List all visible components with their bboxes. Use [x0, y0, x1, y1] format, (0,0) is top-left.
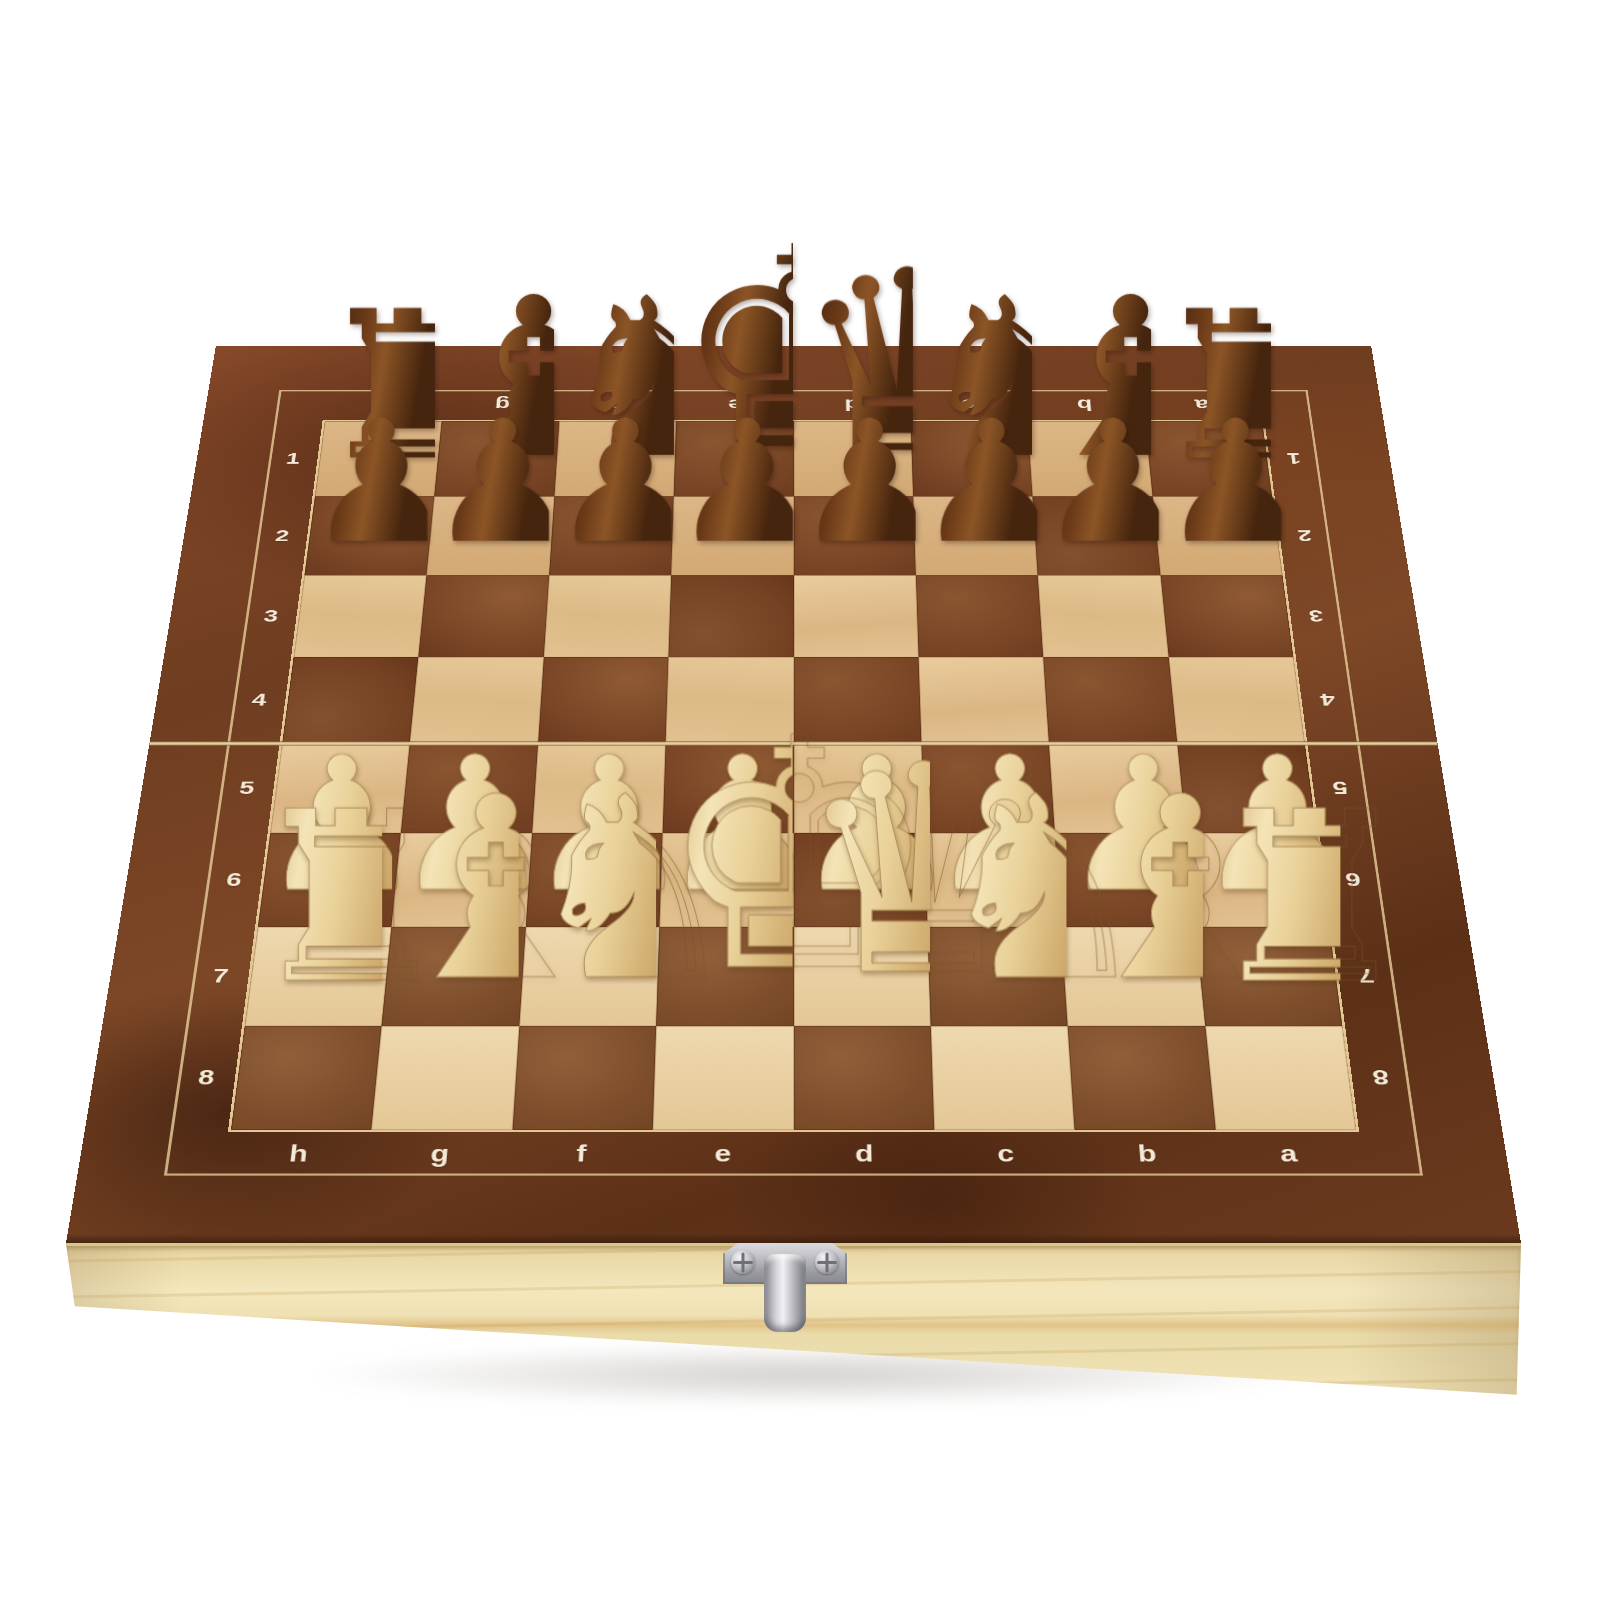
square-f2[interactable]: ♟ — [549, 497, 674, 576]
board-grid: ♜♝♞♚♛♞♝♜♟♟♟♟♟♟♟♟♟♟♟♟♟♟♟♟♜♝♞♚♛♞♝♜ — [228, 420, 1359, 1132]
file-label-top-g: g — [477, 394, 527, 414]
square-a6[interactable]: ♟ — [1186, 833, 1329, 927]
piece-dark-bishop-b1[interactable]: ♝ — [1032, 269, 1151, 489]
square-h2[interactable]: ♟ — [305, 497, 435, 576]
square-g2[interactable]: ♟ — [427, 497, 554, 576]
square-e4[interactable] — [666, 657, 794, 743]
square-e2[interactable]: ♟ — [671, 497, 793, 576]
rank-label-right-2: 2 — [1278, 525, 1331, 547]
square-g8[interactable] — [372, 1026, 519, 1130]
file-label-top-b: b — [1060, 394, 1110, 414]
piece-dark-bishop-g1[interactable]: ♝ — [435, 269, 554, 489]
rank-label-left-2: 2 — [255, 525, 308, 547]
product-photo-scene: ♜♝♞♚♛♞♝♜♟♟♟♟♟♟♟♟♟♟♟♟♟♟♟♟♜♝♞♚♛♞♝♜ 1122334… — [0, 0, 1600, 1600]
rank-label-right-7: 7 — [1337, 962, 1397, 989]
latch-barrel — [764, 1254, 806, 1332]
square-d3[interactable] — [794, 575, 919, 657]
rank-label-left-7: 7 — [190, 962, 250, 989]
square-h6[interactable]: ♟ — [258, 833, 401, 927]
rank-label-right-6: 6 — [1324, 867, 1383, 893]
square-c2[interactable]: ♟ — [913, 497, 1038, 576]
square-b4[interactable] — [1043, 657, 1177, 743]
square-g4[interactable] — [410, 657, 544, 743]
square-e6[interactable]: ♟ — [660, 833, 794, 927]
file-label-bottom-g: g — [409, 1139, 470, 1169]
piece-dark-king-e1[interactable]: ♚ — [674, 211, 793, 489]
rank-label-right-5: 5 — [1312, 775, 1369, 800]
square-d1[interactable]: ♛ — [794, 421, 914, 496]
rank-label-left-3: 3 — [244, 605, 299, 628]
rank-label-left-6: 6 — [205, 867, 264, 893]
file-label-bottom-d: d — [835, 1139, 894, 1169]
square-h4[interactable] — [282, 657, 418, 743]
square-d5[interactable] — [794, 743, 925, 833]
piece-dark-rook-a1[interactable]: ♜ — [1152, 284, 1271, 489]
file-label-bottom-a: a — [1257, 1139, 1319, 1169]
piece-dark-queen-d1[interactable]: ♛ — [794, 238, 913, 489]
square-f4[interactable] — [538, 657, 669, 743]
piece-dark-knight-f1[interactable]: ♞ — [555, 269, 674, 489]
square-e8[interactable] — [653, 1026, 794, 1130]
square-c8[interactable] — [931, 1026, 1075, 1130]
square-a4[interactable] — [1168, 657, 1304, 743]
rank-label-right-3: 3 — [1289, 605, 1344, 628]
square-e1[interactable]: ♚ — [674, 421, 794, 496]
square-h5[interactable] — [270, 743, 410, 833]
square-a8[interactable] — [1205, 1026, 1356, 1130]
rank-label-right-8: 8 — [1350, 1063, 1412, 1092]
square-b1[interactable]: ♝ — [1028, 421, 1153, 496]
square-c4[interactable] — [918, 657, 1049, 743]
file-label-top-a: a — [1176, 394, 1227, 414]
rank-label-left-1: 1 — [267, 448, 319, 469]
file-label-bottom-h: h — [267, 1139, 329, 1169]
square-b5[interactable] — [1049, 743, 1186, 833]
file-label-bottom-e: e — [693, 1139, 752, 1169]
file-label-top-c: c — [944, 394, 993, 414]
square-d4[interactable] — [794, 657, 922, 743]
square-a3[interactable] — [1160, 575, 1293, 657]
rank-label-right-1: 1 — [1268, 448, 1320, 469]
file-label-bottom-c: c — [976, 1139, 1036, 1169]
file-label-top-f: f — [594, 394, 643, 414]
square-c6[interactable]: ♟ — [924, 833, 1061, 927]
file-label-bottom-f: f — [551, 1139, 611, 1169]
square-b2[interactable]: ♟ — [1033, 497, 1160, 576]
square-e3[interactable] — [669, 575, 794, 657]
square-f5[interactable] — [532, 743, 666, 833]
rank-label-left-8: 8 — [175, 1063, 237, 1092]
square-f6[interactable]: ♟ — [526, 833, 663, 927]
square-e5[interactable] — [663, 743, 794, 833]
square-b8[interactable] — [1068, 1026, 1215, 1130]
square-h1[interactable]: ♜ — [315, 421, 442, 496]
file-label-top-e: e — [711, 394, 760, 414]
latch-screw-right-icon — [815, 1250, 839, 1274]
square-d2[interactable]: ♟ — [794, 497, 916, 576]
square-a5[interactable] — [1177, 743, 1317, 833]
square-h8[interactable] — [231, 1026, 382, 1130]
square-c5[interactable] — [921, 743, 1055, 833]
rank-label-left-5: 5 — [218, 775, 275, 800]
square-h3[interactable] — [294, 575, 427, 657]
latch-screw-left-icon — [731, 1250, 755, 1274]
square-c1[interactable]: ♞ — [911, 421, 1033, 496]
square-c3[interactable] — [916, 575, 1044, 657]
square-g5[interactable] — [401, 743, 538, 833]
rank-label-left-4: 4 — [231, 688, 287, 712]
square-a2[interactable]: ♟ — [1152, 497, 1282, 576]
rank-label-right-4: 4 — [1300, 688, 1356, 712]
file-label-top-d: d — [827, 394, 876, 414]
square-b6[interactable]: ♟ — [1055, 833, 1195, 927]
square-f8[interactable] — [512, 1026, 656, 1130]
square-f3[interactable] — [544, 575, 672, 657]
square-g3[interactable] — [419, 575, 549, 657]
file-label-bottom-b: b — [1117, 1139, 1178, 1169]
piece-dark-knight-c1[interactable]: ♞ — [913, 269, 1032, 489]
square-f1[interactable]: ♞ — [554, 421, 676, 496]
square-g1[interactable]: ♝ — [435, 421, 560, 496]
file-label-top-h: h — [360, 394, 411, 414]
chess-board: ♜♝♞♚♛♞♝♜♟♟♟♟♟♟♟♟♟♟♟♟♟♟♟♟♜♝♞♚♛♞♝♜ 1122334… — [66, 346, 1521, 1243]
square-g6[interactable]: ♟ — [392, 833, 532, 927]
square-d8[interactable] — [794, 1026, 935, 1130]
square-d6[interactable]: ♟ — [794, 833, 928, 927]
square-a1[interactable]: ♜ — [1145, 421, 1272, 496]
metal-latch — [723, 1228, 847, 1340]
square-b3[interactable] — [1038, 575, 1168, 657]
piece-dark-rook-h1[interactable]: ♜ — [316, 284, 435, 489]
